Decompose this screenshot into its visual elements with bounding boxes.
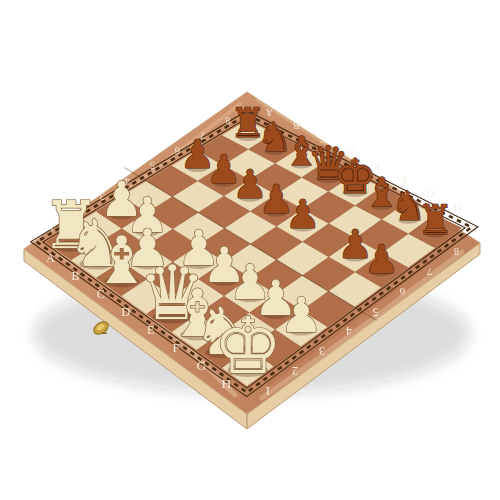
coord-label: D <box>121 305 130 319</box>
board-svg: ABCDEFGH1234567812345678ABCDEFGH♜♞♝♟♛♟♚♟… <box>0 0 500 500</box>
coord-label: 8 <box>454 246 459 257</box>
coord-label: 7 <box>426 266 432 278</box>
piece-white-king-h1: ♚ <box>213 301 283 391</box>
coord-label: 6 <box>399 286 405 298</box>
coord-label: H <box>453 201 461 213</box>
piece-black-pawn-e6: ♟ <box>285 191 320 237</box>
coord-label: 5 <box>372 305 378 318</box>
product-photo: ABCDEFGH1234567812345678ABCDEFGH♜♞♝♟♛♟♚♟… <box>0 0 500 500</box>
piece-white-pawn-h3: ♟ <box>280 287 324 343</box>
piece-black-pawn-h6: ♟ <box>364 236 399 282</box>
coord-label: 4 <box>346 324 352 338</box>
piece-black-rook-h8: ♜ <box>417 196 454 244</box>
coord-label: 2 <box>292 364 298 378</box>
coord-label: 3 <box>319 344 325 358</box>
coord-label: 5 <box>150 160 155 171</box>
